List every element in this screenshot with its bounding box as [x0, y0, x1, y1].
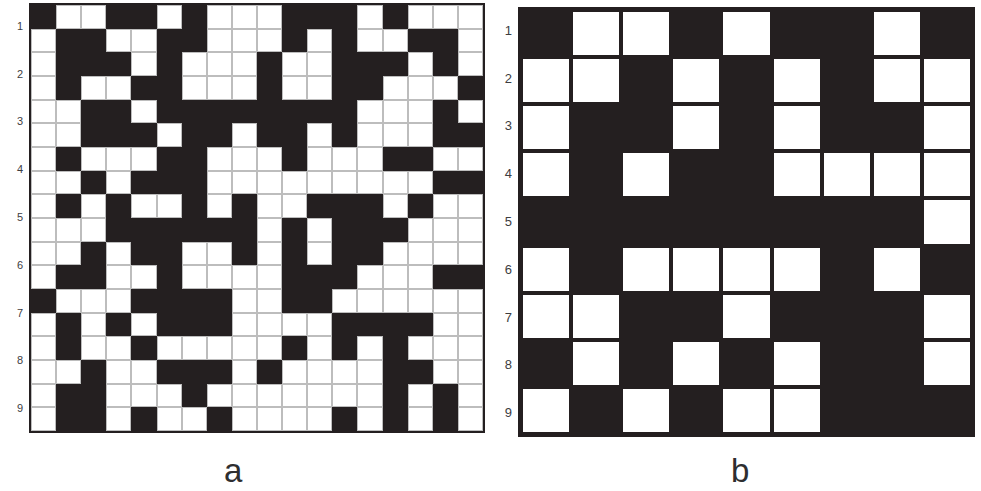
grid-b-cell-r8c6	[772, 340, 822, 387]
grid-a-cell-r13c8	[207, 289, 232, 313]
grid-b-row-label-8: 8	[494, 358, 512, 371]
grid-b-cell-r3c3	[621, 104, 671, 151]
grid-a-cell-r10c6	[157, 218, 182, 242]
grid-a-cell-r10c12	[307, 218, 332, 242]
grid-a-cell-r16c8	[207, 360, 232, 384]
grid-b-cell-r3c6	[772, 104, 822, 151]
grid-a-row-label-1: 1	[5, 21, 23, 32]
grid-a-cell-r6c1	[31, 123, 56, 147]
grid-a-cell-r11c17	[433, 242, 458, 266]
grid-a-cell-r1c8	[207, 5, 232, 29]
grid-a-cell-r3c13	[332, 52, 357, 76]
grid-b-cell-r6c2	[571, 246, 621, 293]
grid-a-cell-r13c3	[81, 289, 106, 313]
grid-a-cell-r13c16	[408, 289, 433, 313]
grid-a-cell-r17c16	[408, 384, 433, 408]
grid-a-cell-r11c9	[232, 242, 257, 266]
grid-a-cell-r9c6	[157, 194, 182, 218]
grid-a-cell-r1c14	[357, 5, 382, 29]
grid-a-cell-r11c6	[157, 242, 182, 266]
grid-b-cell-r4c8	[872, 151, 922, 198]
grid-b-cell-r9c3	[621, 387, 671, 434]
grid-b-cell-r1c8	[872, 10, 922, 57]
grid-a-cell-r11c15	[383, 242, 408, 266]
grid-a-cell-r17c18	[458, 384, 483, 408]
grid-b-row-label-9: 9	[494, 406, 512, 419]
grid-b-row-label-3: 3	[494, 119, 512, 132]
grid-a-cell-r4c12	[307, 76, 332, 100]
grid-b-cell-r1c1	[521, 10, 571, 57]
grid-b-cell-r5c7	[822, 198, 872, 245]
grid-b-cell-r6c6	[772, 246, 822, 293]
grid-a-cell-r15c13	[332, 336, 357, 360]
grid-b-cell-r7c8	[872, 293, 922, 340]
grid-b-cell-r4c6	[772, 151, 822, 198]
grid-b-row-label-1: 1	[494, 24, 512, 37]
grid-a-cell-r5c7	[182, 100, 207, 124]
grid-a-cell-r18c7	[182, 407, 207, 431]
grid-a-cell-r8c7	[182, 171, 207, 195]
grid-a-cell-r6c15	[383, 123, 408, 147]
grid-a-cell-r4c1	[31, 76, 56, 100]
grid-a-cell-r7c6	[157, 147, 182, 171]
grid-a-cell-r16c6	[157, 360, 182, 384]
grid-a-cell-r6c18	[458, 123, 483, 147]
grid-a-cell-r7c14	[357, 147, 382, 171]
grid-a-cell-r13c2	[56, 289, 81, 313]
grid-a-cell-r12c5	[131, 265, 156, 289]
grid-a-cell-r13c6	[157, 289, 182, 313]
grid-a-cell-r1c4	[106, 5, 131, 29]
grid-b-cell-r1c5	[721, 10, 771, 57]
grid-a-cell-r10c10	[257, 218, 282, 242]
grid-a-cell-r1c7	[182, 5, 207, 29]
grid-a-cell-r2c2	[56, 29, 81, 53]
grid-a-cell-r16c1	[31, 360, 56, 384]
grid-a-cell-r6c3	[81, 123, 106, 147]
grid-a-cell-r6c5	[131, 123, 156, 147]
grid-a-cell-r1c3	[81, 5, 106, 29]
grid-a-cell-r10c17	[433, 218, 458, 242]
grid-b-cell-r9c8	[872, 387, 922, 434]
grid-a-cell-r9c7	[182, 194, 207, 218]
grid-a-cell-r17c7	[182, 384, 207, 408]
grid-b-cell-r4c3	[621, 151, 671, 198]
grid-a-cell-r5c5	[131, 100, 156, 124]
grid-a-cell-r10c9	[232, 218, 257, 242]
grid-a-cell-r16c2	[56, 360, 81, 384]
grid-b-cell-r7c2	[571, 293, 621, 340]
grid-a-cell-r3c6	[157, 52, 182, 76]
grid-a-cell-r15c6	[157, 336, 182, 360]
grid-b-cell-r3c1	[521, 104, 571, 151]
grid-a-cell-r6c4	[106, 123, 131, 147]
grid-b-cell-r5c9	[922, 198, 972, 245]
grid-a-cell-r18c11	[282, 407, 307, 431]
grid-a-cell-r2c8	[207, 29, 232, 53]
grid-a-cell-r8c12	[307, 171, 332, 195]
grid-a-cell-r4c7	[182, 76, 207, 100]
grid-a-cell-r13c4	[106, 289, 131, 313]
grid-b-row-label-4: 4	[494, 167, 512, 180]
grid-b-cell-r7c6	[772, 293, 822, 340]
grid-a-cell-r5c3	[81, 100, 106, 124]
grid-b-cell-r1c6	[772, 10, 822, 57]
grid-a-cell-r1c18	[458, 5, 483, 29]
grid-a-cell-r16c12	[307, 360, 332, 384]
grid-a-cell-r2c3	[81, 29, 106, 53]
grid-b-cell-r5c6	[772, 198, 822, 245]
grid-a-cell-r3c16	[408, 52, 433, 76]
grid-a-cell-r6c11	[282, 123, 307, 147]
grid-a-cell-r5c17	[433, 100, 458, 124]
grid-a-cell-r16c4	[106, 360, 131, 384]
grid-a-cell-r17c15	[383, 384, 408, 408]
grid-a-cell-r5c13	[332, 100, 357, 124]
grid-a-cell-r5c10	[257, 100, 282, 124]
grid-a-cell-r2c15	[383, 29, 408, 53]
grid-a-cell-r1c2	[56, 5, 81, 29]
grid-a-cell-r18c4	[106, 407, 131, 431]
grid-a-cell-r5c16	[408, 100, 433, 124]
grid-b-cell-r8c1	[521, 340, 571, 387]
grid-a-cell-r8c18	[458, 171, 483, 195]
grid-a-cell-r14c15	[383, 313, 408, 337]
grid-a-cell-r3c9	[232, 52, 257, 76]
grid-b-cell-r2c4	[671, 57, 721, 104]
grid-a-row-label-2: 2	[5, 69, 23, 80]
grid-a-cell-r9c16	[408, 194, 433, 218]
grid-a-cell-r14c9	[232, 313, 257, 337]
grid-a-cell-r16c16	[408, 360, 433, 384]
grid-a-cell-r1c16	[408, 5, 433, 29]
grid-a-cell-r17c6	[157, 384, 182, 408]
grid-a-cell-r12c10	[257, 265, 282, 289]
grid-a-cell-r1c5	[131, 5, 156, 29]
grid-a-cell-r15c4	[106, 336, 131, 360]
grid-a-cell-r13c15	[383, 289, 408, 313]
grid-a-cell-r11c16	[408, 242, 433, 266]
grid-a-cell-r3c2	[56, 52, 81, 76]
grid-b-cell-r9c6	[772, 387, 822, 434]
grid-a-cell-r1c15	[383, 5, 408, 29]
grid-a-cell-r1c11	[282, 5, 307, 29]
grid-a-cell-r3c4	[106, 52, 131, 76]
grid-a-cell-r10c18	[458, 218, 483, 242]
grid-b-cell-r6c1	[521, 246, 571, 293]
grid-b-cell-r5c3	[621, 198, 671, 245]
grid-a-cell-r13c14	[357, 289, 382, 313]
grid-a-cell-r9c17	[433, 194, 458, 218]
grid-b	[518, 7, 975, 437]
grid-a-cell-r3c17	[433, 52, 458, 76]
grid-b-row-label-6: 6	[494, 263, 512, 276]
grid-b-cell-r7c7	[822, 293, 872, 340]
grid-a-cell-r5c6	[157, 100, 182, 124]
grid-b-cell-r3c8	[872, 104, 922, 151]
grid-a-cell-r6c13	[332, 123, 357, 147]
grid-a-cell-r7c1	[31, 147, 56, 171]
grid-a-cell-r17c1	[31, 384, 56, 408]
grid-a-cell-r9c12	[307, 194, 332, 218]
grid-a-cell-r14c7	[182, 313, 207, 337]
grid-b-cell-r4c7	[822, 151, 872, 198]
grid-b-cell-r8c8	[872, 340, 922, 387]
grid-a-cell-r9c18	[458, 194, 483, 218]
grid-b-cell-r7c4	[671, 293, 721, 340]
grid-a-cell-r12c14	[357, 265, 382, 289]
grid-b-cell-r4c9	[922, 151, 972, 198]
two-grid-figure: 123456789123456789 a b	[0, 0, 981, 491]
grid-a-cell-r16c7	[182, 360, 207, 384]
grid-a-cell-r4c2	[56, 76, 81, 100]
grid-a-cell-r15c17	[433, 336, 458, 360]
grid-b-cell-r6c9	[922, 246, 972, 293]
grid-b-cell-r9c5	[721, 387, 771, 434]
grid-a-cell-r9c10	[257, 194, 282, 218]
grid-a-cell-r2c12	[307, 29, 332, 53]
grid-a-cell-r2c14	[357, 29, 382, 53]
grid-b-cell-r8c5	[721, 340, 771, 387]
grid-b-cell-r3c2	[571, 104, 621, 151]
grid-b-cell-r2c3	[621, 57, 671, 104]
grid-a-cell-r1c6	[157, 5, 182, 29]
grid-a-cell-r15c14	[357, 336, 382, 360]
grid-b-cell-r1c2	[571, 10, 621, 57]
grid-a-cell-r11c1	[31, 242, 56, 266]
grid-a-cell-r8c1	[31, 171, 56, 195]
grid-a-cell-r10c8	[207, 218, 232, 242]
grid-a-cell-r7c5	[131, 147, 156, 171]
grid-a-cell-r9c3	[81, 194, 106, 218]
grid-a-cell-r9c11	[282, 194, 307, 218]
grid-a-cell-r9c8	[207, 194, 232, 218]
grid-a-cell-r15c9	[232, 336, 257, 360]
grid-b-cell-r4c2	[571, 151, 621, 198]
grid-a-cell-r4c13	[332, 76, 357, 100]
grid-a-cell-r3c11	[282, 52, 307, 76]
grid-a-cell-r4c15	[383, 76, 408, 100]
grid-a-cell-r7c17	[433, 147, 458, 171]
grid-a-cell-r14c10	[257, 313, 282, 337]
grid-a-cell-r4c8	[207, 76, 232, 100]
grid-a-cell-r7c2	[56, 147, 81, 171]
grid-a-cell-r3c12	[307, 52, 332, 76]
grid-a-cell-r10c7	[182, 218, 207, 242]
grid-b-cell-r8c9	[922, 340, 972, 387]
grid-a-cell-r7c12	[307, 147, 332, 171]
grid-a-cell-r18c5	[131, 407, 156, 431]
grid-a-cell-r10c13	[332, 218, 357, 242]
grid-a-cell-r18c8	[207, 407, 232, 431]
grid-a-cell-r5c2	[56, 100, 81, 124]
grid-a-cell-r3c8	[207, 52, 232, 76]
grid-a-cell-r1c12	[307, 5, 332, 29]
caption-a: a	[224, 452, 243, 490]
grid-b-cell-r9c4	[671, 387, 721, 434]
grid-a-cell-r12c2	[56, 265, 81, 289]
grid-a-cell-r13c10	[257, 289, 282, 313]
grid-a-cell-r2c10	[257, 29, 282, 53]
grid-a-cell-r14c8	[207, 313, 232, 337]
grid-b-cell-r4c4	[671, 151, 721, 198]
grid-a-cell-r8c6	[157, 171, 182, 195]
grid-a-cell-r2c13	[332, 29, 357, 53]
grid-a-cell-r1c17	[433, 5, 458, 29]
grid-a-cell-r10c15	[383, 218, 408, 242]
grid-a-cell-r3c10	[257, 52, 282, 76]
grid-a-row-label-3: 3	[5, 116, 23, 127]
grid-a-cell-r15c8	[207, 336, 232, 360]
grid-a-cell-r12c13	[332, 265, 357, 289]
grid-a-cell-r16c9	[232, 360, 257, 384]
grid-b-cell-r6c8	[872, 246, 922, 293]
grid-a-row-label-6: 6	[5, 260, 23, 271]
grid-a-cell-r2c1	[31, 29, 56, 53]
grid-b-cell-r3c7	[822, 104, 872, 151]
grid-b-cell-r9c9	[922, 387, 972, 434]
grid-b-cell-r4c1	[521, 151, 571, 198]
grid-a-cell-r3c18	[458, 52, 483, 76]
grid-a-cell-r10c4	[106, 218, 131, 242]
grid-a-row-label-5: 5	[5, 212, 23, 223]
grid-a-cell-r2c4	[106, 29, 131, 53]
grid-a-cell-r16c18	[458, 360, 483, 384]
grid-a-cell-r3c5	[131, 52, 156, 76]
grid-a-cell-r11c8	[207, 242, 232, 266]
grid-b-cell-r4c5	[721, 151, 771, 198]
grid-a-cell-r6c8	[207, 123, 232, 147]
grid-a-cell-r15c11	[282, 336, 307, 360]
grid-a-row-label-8: 8	[5, 355, 23, 366]
grid-b-cell-r1c9	[922, 10, 972, 57]
grid-a-cell-r3c7	[182, 52, 207, 76]
grid-a-cell-r3c1	[31, 52, 56, 76]
grid-a-cell-r15c12	[307, 336, 332, 360]
grid-a-cell-r5c8	[207, 100, 232, 124]
grid-a-cell-r12c9	[232, 265, 257, 289]
grid-a-cell-r8c11	[282, 171, 307, 195]
grid-a-cell-r8c8	[207, 171, 232, 195]
grid-a-cell-r14c16	[408, 313, 433, 337]
grid-b-cell-r6c7	[822, 246, 872, 293]
grid-b-cell-r1c4	[671, 10, 721, 57]
grid-a-cell-r11c3	[81, 242, 106, 266]
grid-a-cell-r14c5	[131, 313, 156, 337]
grid-a-cell-r12c17	[433, 265, 458, 289]
grid-a-cell-r4c11	[282, 76, 307, 100]
grid-a-cell-r12c11	[282, 265, 307, 289]
grid-a-cell-r14c11	[282, 313, 307, 337]
grid-a-cell-r14c17	[433, 313, 458, 337]
grid-a-cell-r8c17	[433, 171, 458, 195]
grid-b-cell-r5c1	[521, 198, 571, 245]
grid-a-cell-r9c13	[332, 194, 357, 218]
grid-a-cell-r16c17	[433, 360, 458, 384]
grid-a-cell-r13c9	[232, 289, 257, 313]
grid-a-cell-r11c11	[282, 242, 307, 266]
grid-a-cell-r6c7	[182, 123, 207, 147]
grid-b-cell-r7c9	[922, 293, 972, 340]
grid-a-cell-r11c4	[106, 242, 131, 266]
grid-a-cell-r15c1	[31, 336, 56, 360]
grid-a-cell-r11c5	[131, 242, 156, 266]
grid-a-cell-r18c1	[31, 407, 56, 431]
grid-a-cell-r13c12	[307, 289, 332, 313]
grid-b-cell-r6c3	[621, 246, 671, 293]
grid-a-cell-r18c2	[56, 407, 81, 431]
grid-a-cell-r6c2	[56, 123, 81, 147]
grid-a-cell-r12c6	[157, 265, 182, 289]
grid-a-cell-r6c10	[257, 123, 282, 147]
grid-a-cell-r2c18	[458, 29, 483, 53]
grid-a-cell-r1c1	[31, 5, 56, 29]
grid-a-cell-r16c3	[81, 360, 106, 384]
grid-a-cell-r18c18	[458, 407, 483, 431]
grid-b-cell-r2c9	[922, 57, 972, 104]
grid-a-cell-r9c2	[56, 194, 81, 218]
grid-a-cell-r16c10	[257, 360, 282, 384]
grid-a-cell-r5c18	[458, 100, 483, 124]
grid-a-cell-r15c2	[56, 336, 81, 360]
grid-a-cell-r7c16	[408, 147, 433, 171]
grid-a-cell-r11c18	[458, 242, 483, 266]
grid-a-cell-r12c16	[408, 265, 433, 289]
grid-a-cell-r2c5	[131, 29, 156, 53]
grid-a-cell-r10c3	[81, 218, 106, 242]
grid-a-cell-r17c5	[131, 384, 156, 408]
grid-a-cell-r18c14	[357, 407, 382, 431]
grid-a-cell-r7c3	[81, 147, 106, 171]
grid-b-cell-r8c2	[571, 340, 621, 387]
grid-b-cell-r8c3	[621, 340, 671, 387]
grid-a-cell-r13c1	[31, 289, 56, 313]
grid-a-cell-r16c14	[357, 360, 382, 384]
grid-a-cell-r4c17	[433, 76, 458, 100]
grid-b-cell-r7c5	[721, 293, 771, 340]
grid-a-cell-r1c9	[232, 5, 257, 29]
grid-a-row-label-9: 9	[5, 403, 23, 414]
grid-b-cell-r5c2	[571, 198, 621, 245]
grid-a-cell-r7c13	[332, 147, 357, 171]
grid-a-cell-r15c5	[131, 336, 156, 360]
grid-a-cell-r3c15	[383, 52, 408, 76]
grid-a-cell-r9c14	[357, 194, 382, 218]
grid-b-cell-r5c4	[671, 198, 721, 245]
grid-b-cell-r2c1	[521, 57, 571, 104]
grid-a-cell-r9c15	[383, 194, 408, 218]
grid-a-cell-r7c18	[458, 147, 483, 171]
grid-a-cell-r5c4	[106, 100, 131, 124]
grid-a-cell-r6c12	[307, 123, 332, 147]
grid-a-cell-r14c1	[31, 313, 56, 337]
grid-a-cell-r5c1	[31, 100, 56, 124]
grid-a-cell-r18c6	[157, 407, 182, 431]
grid-b-cell-r8c7	[822, 340, 872, 387]
grid-a-cell-r10c1	[31, 218, 56, 242]
grid-b-cell-r2c7	[822, 57, 872, 104]
grid-a-cell-r4c9	[232, 76, 257, 100]
grid-b-cell-r6c4	[671, 246, 721, 293]
grid-a-cell-r4c10	[257, 76, 282, 100]
grid-a-cell-r14c6	[157, 313, 182, 337]
grid-a-cell-r6c14	[357, 123, 382, 147]
grid-a-cell-r13c5	[131, 289, 156, 313]
grid-b-row-label-5: 5	[494, 215, 512, 228]
grid-a-cell-r16c5	[131, 360, 156, 384]
grid-a-cell-r9c1	[31, 194, 56, 218]
grid-a-cell-r14c4	[106, 313, 131, 337]
